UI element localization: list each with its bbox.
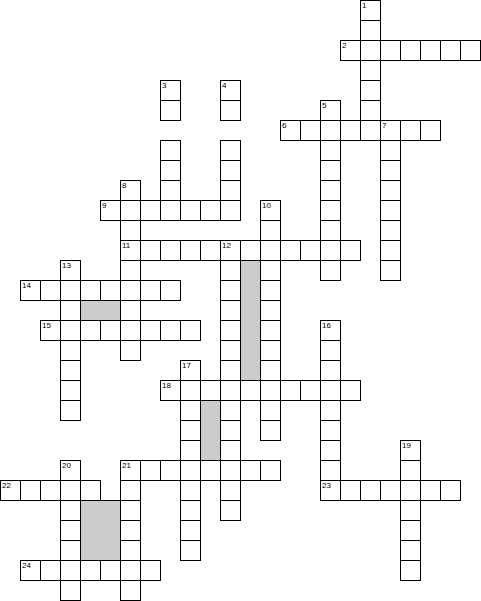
cell-r28c20[interactable] <box>400 560 421 581</box>
cell-r17c6[interactable] <box>120 340 141 361</box>
cell-r16c5[interactable] <box>100 320 121 341</box>
cell-r12c8[interactable] <box>160 240 181 261</box>
cell-r13c3[interactable] <box>60 260 81 281</box>
cell-r12c15[interactable] <box>300 240 321 261</box>
cell-r24c19[interactable] <box>380 480 401 501</box>
cell-r13c16[interactable] <box>320 260 341 281</box>
cell-r23c13[interactable] <box>260 460 281 481</box>
cell-r27c3[interactable] <box>60 540 81 561</box>
cell-r16c3[interactable] <box>60 320 81 341</box>
cell-r7c11[interactable] <box>220 140 241 161</box>
cell-r18c9[interactable] <box>180 360 201 381</box>
cell-r24c16[interactable] <box>320 480 341 501</box>
cell-r12c12[interactable] <box>240 240 261 261</box>
cell-r10c8[interactable] <box>160 200 181 221</box>
cell-r12c6[interactable] <box>120 240 141 261</box>
cell-r22c9[interactable] <box>180 440 201 461</box>
cell-r2c20[interactable] <box>400 40 421 61</box>
cell-r10c6[interactable] <box>120 200 141 221</box>
cell-r14c5[interactable] <box>100 280 121 301</box>
cell-r22c11[interactable] <box>220 440 241 461</box>
cell-r19c8[interactable] <box>160 380 181 401</box>
cell-r14c4[interactable] <box>80 280 101 301</box>
cell-r1c18[interactable] <box>360 20 381 41</box>
cell-r6c21[interactable] <box>420 120 441 141</box>
cell-r23c16[interactable] <box>320 460 341 481</box>
cell-r24c11[interactable] <box>220 480 241 501</box>
cell-r12c9[interactable] <box>180 240 201 261</box>
cell-r24c21[interactable] <box>420 480 441 501</box>
cell-r22c20[interactable] <box>400 440 421 461</box>
cell-r25c6[interactable] <box>120 500 141 521</box>
cell-r12c11[interactable] <box>220 240 241 261</box>
cell-r9c8[interactable] <box>160 180 181 201</box>
cell-r19c3[interactable] <box>60 380 81 401</box>
cell-r22c16[interactable] <box>320 440 341 461</box>
cell-r7c16[interactable] <box>320 140 341 161</box>
cell-r20c16[interactable] <box>320 400 341 421</box>
cell-r4c11[interactable] <box>220 80 241 101</box>
cell-r9c6[interactable] <box>120 180 141 201</box>
cell-r21c13[interactable] <box>260 420 281 441</box>
cell-r2c22[interactable] <box>440 40 461 61</box>
cell-r12c16[interactable] <box>320 240 341 261</box>
cell-r24c1[interactable] <box>20 480 41 501</box>
cell-r8c19[interactable] <box>380 160 401 181</box>
cell-r13c13[interactable] <box>260 260 281 281</box>
cell-r25c20[interactable] <box>400 500 421 521</box>
cell-r16c11[interactable] <box>220 320 241 341</box>
cell-r29c3[interactable] <box>60 580 81 601</box>
cell-r24c9[interactable] <box>180 480 201 501</box>
cell-r19c9[interactable] <box>180 380 201 401</box>
crossword-board: 123456789101112131415161718192021222324 <box>0 0 481 601</box>
cell-r27c9[interactable] <box>180 540 201 561</box>
cell-r8c11[interactable] <box>220 160 241 181</box>
cell-r12c10[interactable] <box>200 240 221 261</box>
cell-r28c5[interactable] <box>100 560 121 581</box>
cell-r24c0[interactable] <box>0 480 21 501</box>
cell-r19c11[interactable] <box>220 380 241 401</box>
cell-r16c9[interactable] <box>180 320 201 341</box>
cell-r9c19[interactable] <box>380 180 401 201</box>
cell-r5c8[interactable] <box>160 100 181 121</box>
cell-r25c3[interactable] <box>60 500 81 521</box>
page: { "game": "crossword", "board": { "rows"… <box>0 0 481 601</box>
cell-r26c3[interactable] <box>60 520 81 541</box>
cell-r10c16[interactable] <box>320 200 341 221</box>
shaded-block <box>80 300 121 321</box>
cell-r13c11[interactable] <box>220 260 241 281</box>
cell-r9c16[interactable] <box>320 180 341 201</box>
cell-r0c18[interactable] <box>360 0 381 21</box>
cell-r24c3[interactable] <box>60 480 81 501</box>
cell-r4c8[interactable] <box>160 80 181 101</box>
cell-r23c12[interactable] <box>240 460 261 481</box>
cell-r14c11[interactable] <box>220 280 241 301</box>
cell-r2c17[interactable] <box>340 40 361 61</box>
cell-r26c6[interactable] <box>120 520 141 541</box>
cell-r18c16[interactable] <box>320 360 341 381</box>
cell-r21c11[interactable] <box>220 420 241 441</box>
cell-r20c13[interactable] <box>260 400 281 421</box>
cell-r28c3[interactable] <box>60 560 81 581</box>
cell-r16c6[interactable] <box>120 320 141 341</box>
cell-r14c7[interactable] <box>140 280 161 301</box>
cell-r28c7[interactable] <box>140 560 161 581</box>
cell-r6c16[interactable] <box>320 120 341 141</box>
cell-r24c22[interactable] <box>440 480 461 501</box>
cell-r16c4[interactable] <box>80 320 101 341</box>
cell-r19c12[interactable] <box>240 380 261 401</box>
cell-r11c6[interactable] <box>120 220 141 241</box>
cell-r17c11[interactable] <box>220 340 241 361</box>
cell-r28c4[interactable] <box>80 560 101 581</box>
cell-r4c18[interactable] <box>360 80 381 101</box>
cell-r25c9[interactable] <box>180 500 201 521</box>
cell-r10c11[interactable] <box>220 200 241 221</box>
cell-r16c7[interactable] <box>140 320 161 341</box>
cell-r19c10[interactable] <box>200 380 221 401</box>
cell-r24c6[interactable] <box>120 480 141 501</box>
cell-r2c18[interactable] <box>360 40 381 61</box>
cell-r6c18[interactable] <box>360 120 381 141</box>
cell-r28c2[interactable] <box>40 560 61 581</box>
cell-r23c11[interactable] <box>220 460 241 481</box>
cell-r2c21[interactable] <box>420 40 441 61</box>
cell-r15c11[interactable] <box>220 300 241 321</box>
cell-r20c3[interactable] <box>60 400 81 421</box>
cell-r20c11[interactable] <box>220 400 241 421</box>
cell-r2c19[interactable] <box>380 40 401 61</box>
cell-r27c6[interactable] <box>120 540 141 561</box>
cell-r6c17[interactable] <box>340 120 361 141</box>
cell-r10c10[interactable] <box>200 200 221 221</box>
cell-r17c3[interactable] <box>60 340 81 361</box>
cell-r12c14[interactable] <box>280 240 301 261</box>
cell-r20c9[interactable] <box>180 400 201 421</box>
cell-r11c19[interactable] <box>380 220 401 241</box>
cell-r14c6[interactable] <box>120 280 141 301</box>
cell-r10c19[interactable] <box>380 200 401 221</box>
cell-r3c18[interactable] <box>360 60 381 81</box>
cell-r27c20[interactable] <box>400 540 421 561</box>
cell-r23c9[interactable] <box>180 460 201 481</box>
cell-r24c17[interactable] <box>340 480 361 501</box>
cell-r14c13[interactable] <box>260 280 281 301</box>
cell-r12c17[interactable] <box>340 240 361 261</box>
cell-r10c7[interactable] <box>140 200 161 221</box>
cell-r18c13[interactable] <box>260 360 281 381</box>
shaded-block <box>200 400 221 461</box>
cell-r23c3[interactable] <box>60 460 81 481</box>
cell-r19c13[interactable] <box>260 380 281 401</box>
cell-r13c19[interactable] <box>380 260 401 281</box>
cell-r25c11[interactable] <box>220 500 241 521</box>
cell-r12c13[interactable] <box>260 240 281 261</box>
cell-r24c4[interactable] <box>80 480 101 501</box>
cell-r28c6[interactable] <box>120 560 141 581</box>
cell-r17c13[interactable] <box>260 340 281 361</box>
cell-r12c19[interactable] <box>380 240 401 261</box>
cell-r21c16[interactable] <box>320 420 341 441</box>
cell-r12c7[interactable] <box>140 240 161 261</box>
cell-r19c16[interactable] <box>320 380 341 401</box>
cell-r29c6[interactable] <box>120 580 141 601</box>
cell-r5c18[interactable] <box>360 100 381 121</box>
cell-r17c16[interactable] <box>320 340 341 361</box>
cell-r28c1[interactable] <box>20 560 41 581</box>
cell-r6c19[interactable] <box>380 120 401 141</box>
cell-r23c6[interactable] <box>120 460 141 481</box>
cell-r14c8[interactable] <box>160 280 181 301</box>
cell-r11c13[interactable] <box>260 220 281 241</box>
cell-r24c20[interactable] <box>400 480 421 501</box>
cell-r5c16[interactable] <box>320 100 341 121</box>
cell-r14c1[interactable] <box>20 280 41 301</box>
cell-r7c19[interactable] <box>380 140 401 161</box>
cell-r23c8[interactable] <box>160 460 181 481</box>
cell-r26c20[interactable] <box>400 520 421 541</box>
cell-r18c11[interactable] <box>220 360 241 381</box>
cell-r23c20[interactable] <box>400 460 421 481</box>
cell-r19c15[interactable] <box>300 380 321 401</box>
cell-r21c9[interactable] <box>180 420 201 441</box>
cell-r23c7[interactable] <box>140 460 161 481</box>
cell-r6c15[interactable] <box>300 120 321 141</box>
cell-r26c9[interactable] <box>180 520 201 541</box>
cell-r24c2[interactable] <box>40 480 61 501</box>
cell-r15c6[interactable] <box>120 300 141 321</box>
cell-r15c13[interactable] <box>260 300 281 321</box>
cell-r8c16[interactable] <box>320 160 341 181</box>
cell-r19c14[interactable] <box>280 380 301 401</box>
cell-r14c3[interactable] <box>60 280 81 301</box>
cell-r7c8[interactable] <box>160 140 181 161</box>
cell-r8c8[interactable] <box>160 160 181 181</box>
cell-r10c5[interactable] <box>100 200 121 221</box>
cell-r10c9[interactable] <box>180 200 201 221</box>
cell-r24c18[interactable] <box>360 480 381 501</box>
cell-r16c8[interactable] <box>160 320 181 341</box>
cell-r15c3[interactable] <box>60 300 81 321</box>
cell-r13c6[interactable] <box>120 260 141 281</box>
cell-r2c23[interactable] <box>460 40 481 61</box>
cell-r6c14[interactable] <box>280 120 301 141</box>
cell-r10c13[interactable] <box>260 200 281 221</box>
cell-r16c16[interactable] <box>320 320 341 341</box>
cell-r11c16[interactable] <box>320 220 341 241</box>
shaded-block <box>240 260 261 381</box>
cell-r9c11[interactable] <box>220 180 241 201</box>
cell-r16c2[interactable] <box>40 320 61 341</box>
cell-r6c20[interactable] <box>400 120 421 141</box>
shaded-block <box>80 500 121 561</box>
cell-r18c3[interactable] <box>60 360 81 381</box>
cell-r16c13[interactable] <box>260 320 281 341</box>
cell-r19c17[interactable] <box>340 380 361 401</box>
cell-r5c11[interactable] <box>220 100 241 121</box>
cell-r14c2[interactable] <box>40 280 61 301</box>
cell-r23c10[interactable] <box>200 460 221 481</box>
